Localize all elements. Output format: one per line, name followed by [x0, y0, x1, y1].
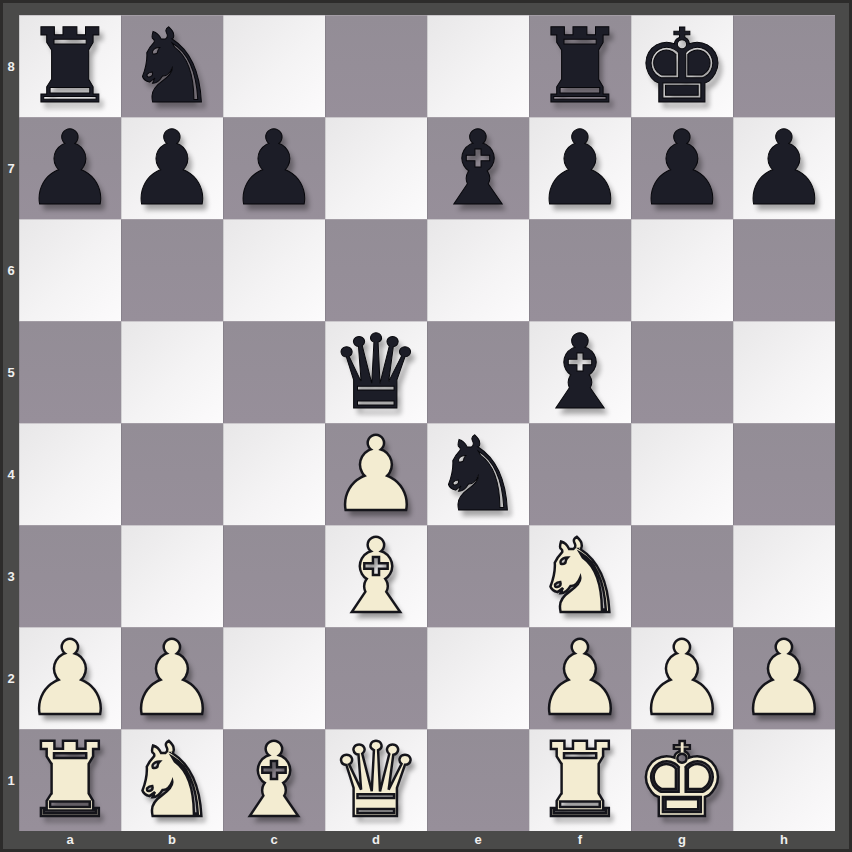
square-c1[interactable]: ♝ [223, 729, 325, 831]
black-rook-f8[interactable]: ♜ [534, 15, 626, 117]
square-b1[interactable]: ♞ [121, 729, 223, 831]
square-c5[interactable] [223, 321, 325, 423]
square-g5[interactable] [631, 321, 733, 423]
square-b5[interactable] [121, 321, 223, 423]
black-bishop-e7[interactable]: ♝ [432, 117, 524, 219]
white-pawn-a2[interactable]: ♟ [24, 627, 116, 729]
white-rook-a1[interactable]: ♜ [24, 729, 116, 831]
square-h2[interactable]: ♟ [733, 627, 835, 729]
square-h7[interactable]: ♟ [733, 117, 835, 219]
chess-board: ♜♞♜♚♟♟♟♝♟♟♟♛♝♟♞♝♞♟♟♟♟♟♜♞♝♛♜♚ [19, 15, 835, 831]
rank-label-4: 4 [0, 423, 19, 525]
square-d6[interactable] [325, 219, 427, 321]
square-a3[interactable] [19, 525, 121, 627]
file-label-g: g [631, 831, 733, 852]
square-b3[interactable] [121, 525, 223, 627]
black-pawn-a7[interactable]: ♟ [24, 117, 116, 219]
square-a6[interactable] [19, 219, 121, 321]
square-a8[interactable]: ♜ [19, 15, 121, 117]
square-d5[interactable]: ♛ [325, 321, 427, 423]
square-g6[interactable] [631, 219, 733, 321]
file-label-h: h [733, 831, 835, 852]
square-e2[interactable] [427, 627, 529, 729]
white-bishop-d3[interactable]: ♝ [330, 525, 422, 627]
square-h4[interactable] [733, 423, 835, 525]
black-pawn-f7[interactable]: ♟ [534, 117, 626, 219]
square-h3[interactable] [733, 525, 835, 627]
file-labels: abcdefgh [19, 831, 835, 852]
square-d4[interactable]: ♟ [325, 423, 427, 525]
square-d3[interactable]: ♝ [325, 525, 427, 627]
rank-label-8: 8 [0, 15, 19, 117]
square-e1[interactable] [427, 729, 529, 831]
black-rook-a8[interactable]: ♜ [24, 15, 116, 117]
square-f7[interactable]: ♟ [529, 117, 631, 219]
square-b2[interactable]: ♟ [121, 627, 223, 729]
rank-label-3: 3 [0, 525, 19, 627]
square-d7[interactable] [325, 117, 427, 219]
white-knight-f3[interactable]: ♞ [534, 525, 626, 627]
square-a7[interactable]: ♟ [19, 117, 121, 219]
square-a2[interactable]: ♟ [19, 627, 121, 729]
square-c3[interactable] [223, 525, 325, 627]
file-label-e: e [427, 831, 529, 852]
black-knight-e4[interactable]: ♞ [432, 423, 524, 525]
black-knight-b8[interactable]: ♞ [126, 15, 218, 117]
square-d8[interactable] [325, 15, 427, 117]
black-queen-d5[interactable]: ♛ [330, 321, 422, 423]
square-c4[interactable] [223, 423, 325, 525]
file-label-c: c [223, 831, 325, 852]
square-a5[interactable] [19, 321, 121, 423]
square-f8[interactable]: ♜ [529, 15, 631, 117]
rank-label-2: 2 [0, 627, 19, 729]
chess-board-frame: 87654321 ♜♞♜♚♟♟♟♝♟♟♟♛♝♟♞♝♞♟♟♟♟♟♜♞♝♛♜♚ ab… [0, 0, 852, 852]
white-king-g1[interactable]: ♚ [636, 729, 728, 831]
file-label-f: f [529, 831, 631, 852]
square-h5[interactable] [733, 321, 835, 423]
square-e3[interactable] [427, 525, 529, 627]
white-pawn-f2[interactable]: ♟ [534, 627, 626, 729]
square-e5[interactable] [427, 321, 529, 423]
square-g2[interactable]: ♟ [631, 627, 733, 729]
black-pawn-c7[interactable]: ♟ [228, 117, 320, 219]
square-c2[interactable] [223, 627, 325, 729]
square-d1[interactable]: ♛ [325, 729, 427, 831]
square-f1[interactable]: ♜ [529, 729, 631, 831]
square-h1[interactable] [733, 729, 835, 831]
square-f5[interactable]: ♝ [529, 321, 631, 423]
square-h6[interactable] [733, 219, 835, 321]
white-pawn-b2[interactable]: ♟ [126, 627, 218, 729]
black-king-g8[interactable]: ♚ [636, 15, 728, 117]
square-g1[interactable]: ♚ [631, 729, 733, 831]
square-g4[interactable] [631, 423, 733, 525]
square-a4[interactable] [19, 423, 121, 525]
square-e7[interactable]: ♝ [427, 117, 529, 219]
square-b6[interactable] [121, 219, 223, 321]
black-pawn-g7[interactable]: ♟ [636, 117, 728, 219]
square-f3[interactable]: ♞ [529, 525, 631, 627]
square-c6[interactable] [223, 219, 325, 321]
square-b7[interactable]: ♟ [121, 117, 223, 219]
white-pawn-g2[interactable]: ♟ [636, 627, 728, 729]
black-pawn-h7[interactable]: ♟ [738, 117, 830, 219]
file-label-b: b [121, 831, 223, 852]
square-f4[interactable] [529, 423, 631, 525]
rank-label-6: 6 [0, 219, 19, 321]
square-a1[interactable]: ♜ [19, 729, 121, 831]
square-d2[interactable] [325, 627, 427, 729]
square-g3[interactable] [631, 525, 733, 627]
square-c7[interactable]: ♟ [223, 117, 325, 219]
rank-label-1: 1 [0, 729, 19, 831]
square-b8[interactable]: ♞ [121, 15, 223, 117]
square-e6[interactable] [427, 219, 529, 321]
file-label-d: d [325, 831, 427, 852]
white-bishop-c1[interactable]: ♝ [228, 729, 320, 831]
black-bishop-f5[interactable]: ♝ [534, 321, 626, 423]
square-b4[interactable] [121, 423, 223, 525]
white-rook-f1[interactable]: ♜ [534, 729, 626, 831]
square-g7[interactable]: ♟ [631, 117, 733, 219]
square-g8[interactable]: ♚ [631, 15, 733, 117]
square-c8[interactable] [223, 15, 325, 117]
white-pawn-d4[interactable]: ♟ [330, 423, 422, 525]
square-f6[interactable] [529, 219, 631, 321]
rank-label-7: 7 [0, 117, 19, 219]
square-e8[interactable] [427, 15, 529, 117]
white-knight-b1[interactable]: ♞ [126, 729, 218, 831]
white-pawn-h2[interactable]: ♟ [738, 627, 830, 729]
square-h8[interactable] [733, 15, 835, 117]
rank-label-5: 5 [0, 321, 19, 423]
file-label-a: a [19, 831, 121, 852]
rank-labels: 87654321 [0, 15, 19, 831]
square-e4[interactable]: ♞ [427, 423, 529, 525]
square-f2[interactable]: ♟ [529, 627, 631, 729]
black-pawn-b7[interactable]: ♟ [126, 117, 218, 219]
white-queen-d1[interactable]: ♛ [330, 729, 422, 831]
